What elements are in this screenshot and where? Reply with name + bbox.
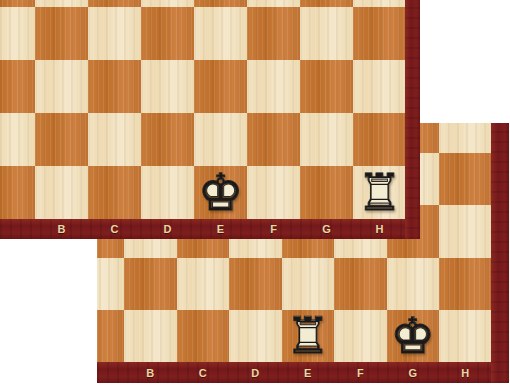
- file-label-b: B: [58, 224, 66, 235]
- square-e3: [194, 60, 247, 113]
- square-a4: [0, 7, 35, 60]
- square-b2: [35, 113, 88, 166]
- square-h5: [439, 123, 492, 153]
- square-a2: [97, 258, 124, 311]
- square-a5: [0, 0, 35, 7]
- square-h4: [353, 7, 406, 60]
- file-label-g: G: [322, 224, 331, 235]
- file-labels-strip: BCDEFGH: [97, 362, 509, 383]
- square-e2: [282, 258, 335, 311]
- piece-outline-glyph: ♖: [282, 310, 335, 363]
- square-d2: [229, 258, 282, 311]
- square-e5: [194, 0, 247, 7]
- square-f5: [247, 0, 300, 7]
- file-label-d: D: [251, 367, 259, 378]
- square-f2: [247, 113, 300, 166]
- square-b4: [35, 7, 88, 60]
- file-label-c: C: [199, 367, 207, 378]
- square-f4: [247, 7, 300, 60]
- square-h4: [439, 153, 492, 206]
- square-a1: [97, 310, 124, 363]
- piece-outline-glyph: ♔: [194, 166, 247, 219]
- square-h2: [353, 113, 406, 166]
- white-rook: ♜♖: [282, 310, 335, 363]
- square-b5: [35, 0, 88, 7]
- square-d3: [141, 60, 194, 113]
- piece-outline-glyph: ♖: [353, 166, 406, 219]
- square-b1: [124, 310, 177, 363]
- white-king: ♚♔: [194, 166, 247, 219]
- chessboard-top-left: ♚♔♜♖BCDEFGH: [0, 0, 420, 239]
- square-f1: [247, 166, 300, 219]
- square-a1: [0, 166, 35, 219]
- square-d5: [141, 0, 194, 7]
- square-b3: [35, 60, 88, 113]
- file-label-h: H: [376, 224, 384, 235]
- square-d1: [229, 310, 282, 363]
- square-c1: [177, 310, 230, 363]
- chess-illustration: ♜♖♚♔BCDEFGH ♚♔♜♖BCDEFGH: [0, 0, 510, 385]
- square-c5: [88, 0, 141, 7]
- square-g5: [300, 0, 353, 7]
- square-f2: [334, 258, 387, 311]
- square-b1: [35, 166, 88, 219]
- square-h3: [353, 60, 406, 113]
- file-label-h: H: [461, 367, 469, 378]
- square-a2: [0, 113, 35, 166]
- square-e4: [194, 7, 247, 60]
- square-g1: [300, 166, 353, 219]
- square-g3: [300, 60, 353, 113]
- square-f3: [247, 60, 300, 113]
- square-f1: [334, 310, 387, 363]
- square-e2: [194, 113, 247, 166]
- square-b2: [124, 258, 177, 311]
- file-label-e: E: [304, 367, 311, 378]
- file-label-f: F: [270, 224, 277, 235]
- square-h2: [439, 258, 492, 311]
- square-c2: [177, 258, 230, 311]
- square-g4: [300, 7, 353, 60]
- file-labels-strip: BCDEFGH: [0, 219, 420, 239]
- file-label-g: G: [408, 367, 417, 378]
- piece-outline-glyph: ♔: [387, 310, 440, 363]
- square-h5: [353, 0, 406, 7]
- board-right-border: [405, 0, 420, 239]
- board-right-border: [491, 123, 509, 383]
- file-label-b: B: [146, 367, 154, 378]
- white-rook: ♜♖: [353, 166, 406, 219]
- file-label-d: D: [164, 224, 172, 235]
- square-d1: [141, 166, 194, 219]
- file-label-e: E: [217, 224, 224, 235]
- square-c1: [88, 166, 141, 219]
- file-label-f: F: [357, 367, 364, 378]
- square-g2: [387, 258, 440, 311]
- square-c2: [88, 113, 141, 166]
- white-king: ♚♔: [387, 310, 440, 363]
- file-label-c: C: [111, 224, 119, 235]
- square-c3: [88, 60, 141, 113]
- square-h1: [439, 310, 492, 363]
- square-d2: [141, 113, 194, 166]
- square-d4: [141, 7, 194, 60]
- square-g2: [300, 113, 353, 166]
- square-c4: [88, 7, 141, 60]
- square-a3: [0, 60, 35, 113]
- square-h3: [439, 205, 492, 258]
